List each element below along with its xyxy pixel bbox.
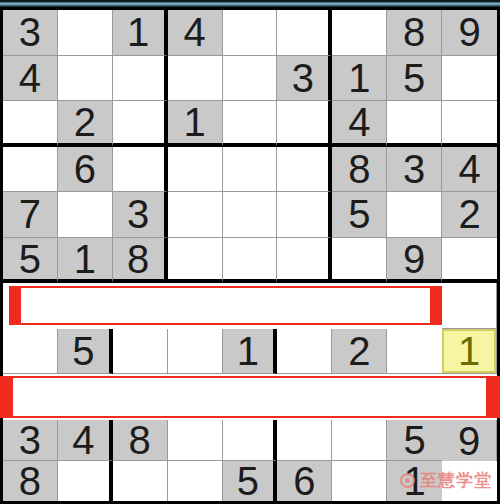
cell-r4c3[interactable] bbox=[113, 147, 168, 193]
cell-r3c9[interactable] bbox=[442, 101, 497, 147]
cell-r6c5[interactable] bbox=[223, 238, 278, 284]
cell-r1c3: 1 bbox=[113, 10, 168, 56]
cell-r5c3: 3 bbox=[113, 192, 168, 238]
cell-r3c5[interactable] bbox=[223, 101, 278, 147]
cell-r8c8[interactable] bbox=[332, 420, 387, 461]
cell-r5c2[interactable] bbox=[58, 192, 113, 238]
cell-r6c6[interactable] bbox=[277, 238, 332, 284]
cell-r4c9: 4 bbox=[442, 147, 497, 193]
cell-r3c6[interactable] bbox=[277, 101, 332, 147]
cell-r9c8[interactable] bbox=[332, 461, 387, 501]
cell-r8c9: 5 bbox=[387, 420, 442, 461]
cell-r6c1: 5 bbox=[3, 238, 58, 284]
cell-r8c6[interactable] bbox=[223, 420, 278, 461]
cell-r9c4[interactable] bbox=[113, 461, 168, 501]
cell-r1c7[interactable] bbox=[332, 10, 387, 56]
cell-r2c3[interactable] bbox=[113, 56, 168, 102]
cell-r6c7[interactable] bbox=[332, 238, 387, 284]
cell-r5c9: 2 bbox=[442, 192, 497, 238]
cell-r9c5[interactable] bbox=[168, 461, 223, 501]
cell-r7c7[interactable] bbox=[277, 329, 332, 375]
cell-r9c9: 1 bbox=[387, 461, 442, 501]
cell-r3c4: 1 bbox=[168, 101, 223, 147]
cell-r1c5[interactable] bbox=[223, 10, 278, 56]
cell-r4c6[interactable] bbox=[277, 147, 332, 193]
cell-r5c8[interactable] bbox=[387, 192, 442, 238]
cell-r9c2: 8 bbox=[3, 461, 58, 501]
cell-r2c6: 3 bbox=[277, 56, 332, 102]
cell-r5c4[interactable] bbox=[168, 192, 223, 238]
cell-r3c8[interactable] bbox=[387, 101, 442, 147]
cell-r7c3: 5 bbox=[58, 329, 113, 375]
cell-r1c9: 9 bbox=[442, 10, 497, 56]
cell-r8c4: 8 bbox=[113, 420, 168, 461]
cell-r6c3: 8 bbox=[113, 238, 168, 284]
cell-r4c7: 8 bbox=[332, 147, 387, 193]
cell-r8c7[interactable] bbox=[277, 420, 332, 461]
cell-r1c8: 8 bbox=[387, 10, 442, 56]
cell-r9c1: 9 bbox=[442, 420, 497, 461]
cell-r4c2: 6 bbox=[58, 147, 113, 193]
cell-r1c2[interactable] bbox=[58, 10, 113, 56]
cell-r6c9[interactable] bbox=[442, 238, 497, 284]
cell-r3c1[interactable] bbox=[3, 101, 58, 147]
cell-r2c7: 1 bbox=[332, 56, 387, 102]
cell-r7c2[interactable] bbox=[3, 329, 58, 375]
cell-r3c2: 2 bbox=[58, 101, 113, 147]
cell-r8c5[interactable] bbox=[168, 420, 223, 461]
cell-r6c4[interactable] bbox=[168, 238, 223, 284]
cell-r7c9[interactable] bbox=[387, 329, 442, 375]
cell-r7c6: 1 bbox=[223, 329, 278, 375]
cell-r4c8: 3 bbox=[387, 147, 442, 193]
cell-r4c5[interactable] bbox=[223, 147, 278, 193]
cell-r6c8: 9 bbox=[387, 238, 442, 284]
cell-r5c6[interactable] bbox=[277, 192, 332, 238]
cell-r3c7: 4 bbox=[332, 101, 387, 147]
cell-r2c1: 4 bbox=[3, 56, 58, 102]
cell-r2c2[interactable] bbox=[58, 56, 113, 102]
cell-r2c9[interactable] bbox=[442, 56, 497, 102]
cell-r5c1: 7 bbox=[3, 192, 58, 238]
sudoku-board: 3148943152146834735251895121348598561 bbox=[0, 7, 500, 504]
cell-r1c6[interactable] bbox=[277, 10, 332, 56]
cell-r5c7: 5 bbox=[332, 192, 387, 238]
cell-r7c4[interactable] bbox=[113, 329, 168, 375]
cell-r2c8: 5 bbox=[387, 56, 442, 102]
cell-r2c5[interactable] bbox=[223, 56, 278, 102]
cell-r1c4: 4 bbox=[168, 10, 223, 56]
cell-r7c5[interactable] bbox=[168, 329, 223, 375]
highlight-row-9 bbox=[0, 376, 500, 418]
cell-r4c1[interactable] bbox=[3, 147, 58, 193]
cell-r9c3[interactable] bbox=[58, 461, 113, 501]
cell-r5c5[interactable] bbox=[223, 192, 278, 238]
cell-r7c1[interactable] bbox=[442, 283, 497, 329]
cell-r6c2: 1 bbox=[58, 238, 113, 284]
cell-r9c7: 6 bbox=[277, 461, 332, 501]
cell-r4c4[interactable] bbox=[168, 147, 223, 193]
sudoku-app: 3148943152146834735251895121348598561 至慧… bbox=[0, 0, 500, 504]
highlight-row-7 bbox=[9, 286, 442, 325]
cell-r1c1: 3 bbox=[3, 10, 58, 56]
cell-r7c8: 2 bbox=[332, 329, 387, 375]
cell-r2c4[interactable] bbox=[168, 56, 223, 102]
cell-r3c3[interactable] bbox=[113, 101, 168, 147]
cell-r9c6: 5 bbox=[223, 461, 278, 501]
cell-r8c2: 3 bbox=[3, 420, 58, 461]
status-bar bbox=[0, 0, 500, 7]
cell-r8c3: 4 bbox=[58, 420, 113, 461]
cell-r8c1[interactable]: 1 bbox=[442, 329, 497, 375]
